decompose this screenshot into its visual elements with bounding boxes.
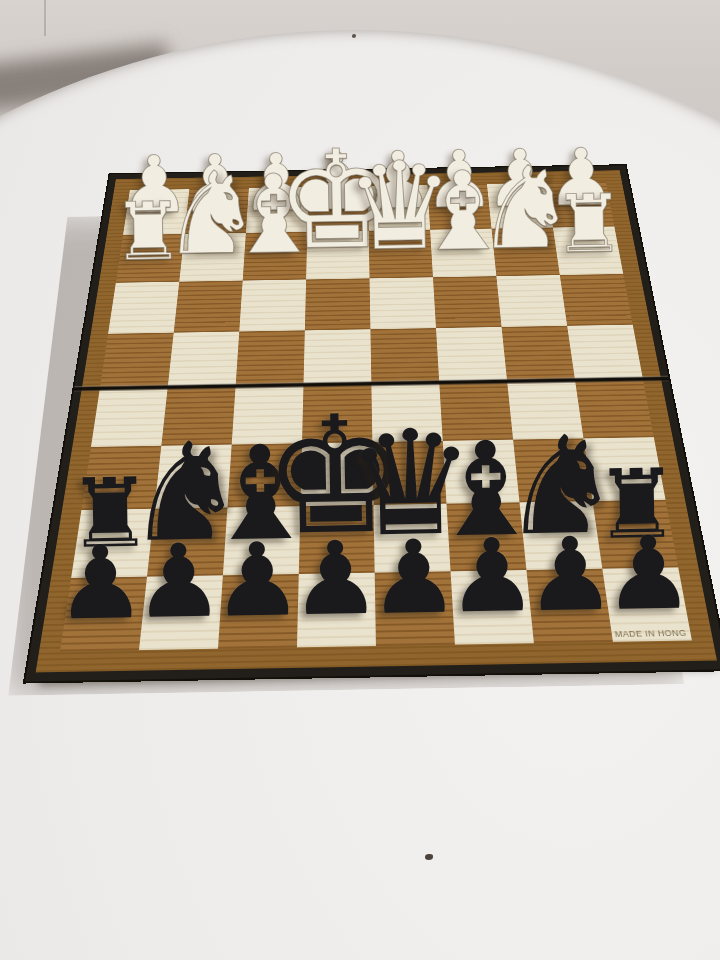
square-f5: [232, 385, 304, 445]
square-b3: [496, 275, 567, 327]
square-g4: [168, 332, 240, 388]
square-a4: [567, 325, 643, 380]
square-c6: [443, 440, 520, 504]
square-d6: [372, 441, 446, 505]
square-f7: [223, 506, 301, 575]
square-g5: [161, 386, 235, 446]
square-b7: [520, 501, 603, 570]
square-c3: [433, 276, 502, 328]
square-c4: [436, 327, 507, 383]
square-c2: [430, 229, 496, 278]
square-h6: [81, 446, 161, 510]
square-h5: [91, 387, 168, 447]
square-g8: [139, 575, 223, 650]
square-d8: [375, 571, 455, 646]
square-g3: [174, 281, 243, 333]
square-a8: MADE IN HONG KONG: [602, 567, 692, 641]
square-a3: [560, 274, 633, 326]
square-h2: [116, 234, 185, 283]
square-h4: [100, 333, 174, 389]
square-e3: [305, 278, 371, 330]
square-e4: [303, 329, 371, 385]
square-b4: [502, 326, 575, 382]
square-a2: [553, 226, 623, 275]
square-a5: [575, 379, 654, 438]
square-c7: [446, 502, 526, 571]
square-h1: [123, 189, 189, 235]
square-g1: [184, 188, 248, 234]
square-e5: [302, 384, 372, 444]
square-f3: [239, 279, 306, 331]
square-b8: [526, 569, 612, 644]
square-c8: [451, 570, 534, 645]
square-a7: [593, 500, 679, 569]
square-a1: [546, 182, 614, 228]
square-h8: [60, 577, 147, 652]
square-e7: [299, 505, 375, 574]
square-c5: [439, 381, 513, 441]
square-b6: [513, 438, 592, 502]
square-f1: [246, 187, 309, 233]
square-f4: [236, 330, 305, 386]
square-d4: [370, 328, 439, 384]
chess-board: MADE IN HONG KONG: [60, 182, 692, 652]
square-g6: [154, 445, 231, 509]
board-grid: MADE IN HONG KONG: [60, 182, 692, 652]
square-g7: [147, 507, 227, 576]
square-b5: [507, 380, 583, 440]
square-b1: [487, 183, 553, 229]
square-g2: [179, 233, 246, 282]
chess-board-scene: MADE IN HONG KONG ♟♟♟♟♟♟♟♟♜♞♝♚♛♝♞♜♜♞♝♚♛♝…: [0, 0, 720, 960]
made-in-stamp: MADE IN HONG KONG: [614, 629, 689, 639]
square-f8: [218, 574, 299, 649]
square-h7: [71, 509, 154, 578]
square-e1: [307, 186, 368, 232]
square-d1: [368, 185, 430, 231]
square-e6: [300, 442, 373, 506]
square-d2: [369, 230, 433, 279]
square-d3: [370, 277, 436, 329]
square-f6: [227, 443, 302, 507]
square-e8: [297, 573, 376, 648]
square-h3: [108, 282, 179, 334]
square-d5: [371, 382, 442, 442]
square-c1: [427, 184, 491, 230]
square-d7: [373, 504, 450, 573]
square-e2: [306, 231, 369, 280]
square-a6: [583, 437, 665, 501]
square-b2: [492, 228, 560, 277]
square-f2: [243, 232, 308, 281]
photo-scene: MADE IN HONG KONG ♟♟♟♟♟♟♟♟♜♞♝♚♛♝♞♜♜♞♝♚♛♝…: [0, 0, 720, 960]
